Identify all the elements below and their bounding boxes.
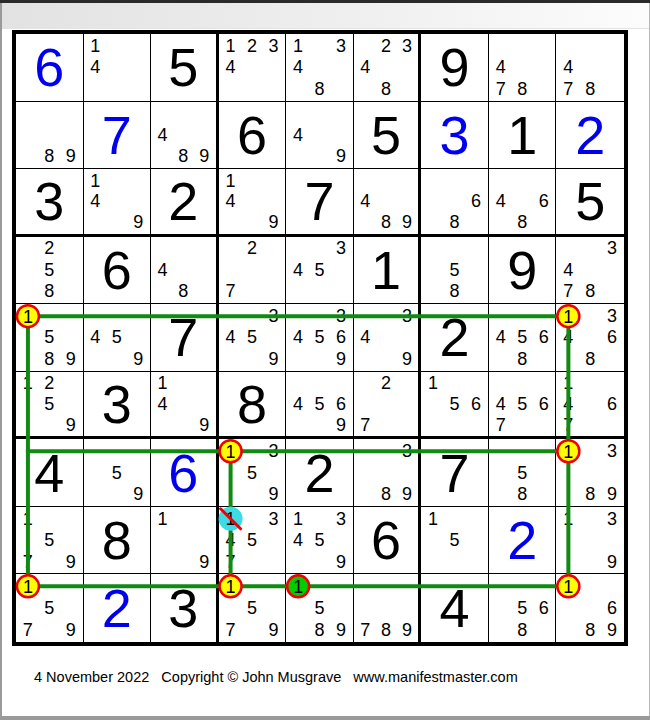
pencil-mark: 5: [241, 462, 263, 484]
pencil-mark: 8: [579, 348, 601, 370]
window-titlebar: [0, 3, 650, 29]
given-digit: 5: [151, 34, 216, 101]
given-digit: 2: [286, 439, 353, 506]
pencil-marks: 478: [490, 35, 555, 100]
solved-digit: 2: [489, 507, 556, 574]
cell-r9c7[interactable]: 4: [421, 574, 489, 642]
pencil-mark: 1: [287, 508, 309, 530]
given-digit: 4: [421, 574, 488, 642]
pencil-mark: 8: [376, 78, 397, 100]
cell-r5c6[interactable]: 349: [354, 304, 422, 372]
pencil-mark: 7: [490, 414, 512, 435]
cell-r8c2[interactable]: 8: [84, 507, 152, 575]
cell-r3c5[interactable]: 7: [286, 169, 354, 237]
solved-digit: 2: [84, 574, 151, 642]
pencil-mark: 7: [220, 551, 242, 573]
pencil-mark: 3: [330, 508, 352, 530]
pencil-mark: 7: [557, 414, 579, 435]
pencil-mark: 4: [287, 394, 309, 415]
pencil-mark: 5: [106, 462, 128, 484]
pencil-marks: 68: [422, 170, 487, 233]
solved-digit: 6: [151, 439, 216, 506]
pencil-marks: 568: [490, 575, 555, 641]
pencil-mark: 9: [263, 212, 285, 233]
pencil-mark: 5: [511, 394, 533, 415]
cell-r9c1[interactable]: 579: [16, 574, 84, 642]
pencil-mark: 9: [128, 212, 150, 233]
cell-r3c1[interactable]: 3: [16, 169, 84, 237]
pencil-mark: 1: [17, 373, 39, 394]
cell-r7c2[interactable]: 59: [84, 439, 152, 507]
pencil-mark: 9: [601, 551, 623, 573]
pencil-marks: 1234: [220, 35, 285, 100]
cell-r2c3[interactable]: 489: [151, 102, 219, 170]
pencil-mark: 8: [511, 483, 533, 505]
pencil-mark: 1: [422, 373, 444, 394]
pencil-mark: 9: [194, 146, 215, 168]
pencil-mark: 7: [490, 78, 512, 100]
pencil-mark: 4: [152, 259, 173, 281]
cell-r5c4[interactable]: 3459: [219, 304, 287, 372]
cell-r7c8[interactable]: 58: [489, 439, 557, 507]
cell-r8c5[interactable]: 13459: [286, 507, 354, 575]
cell-r3c4[interactable]: 149: [219, 169, 287, 237]
cell-r2c8[interactable]: 1: [489, 102, 557, 170]
pencil-marks: 1579: [17, 508, 82, 573]
pencil-marks: 149: [220, 170, 285, 233]
pencil-mark: 8: [39, 348, 61, 370]
pencil-mark: 5: [309, 597, 331, 619]
pencil-marks: 2348: [355, 35, 418, 100]
pencil-mark: 3: [263, 440, 285, 462]
cell-r1c5[interactable]: 1348: [286, 34, 354, 102]
sudoku-app-window: 6145123413482348947847889748964953123149…: [0, 0, 650, 720]
pencil-mark: 4: [152, 394, 173, 415]
pencil-marks: 58: [490, 440, 555, 505]
pencil-marks: 579: [220, 575, 285, 641]
pencil-mark: 5: [309, 529, 331, 551]
cell-r1c4[interactable]: 1234: [219, 34, 287, 102]
pencil-mark: 8: [511, 348, 533, 370]
pencil-mark: 4: [557, 327, 579, 349]
pencil-mark: 8: [579, 281, 601, 303]
cell-r1c7[interactable]: 9: [421, 34, 489, 102]
cell-r8c1[interactable]: 1579: [16, 507, 84, 575]
pencil-mark: 8: [511, 78, 533, 100]
pencil-mark: 5: [444, 394, 466, 415]
cell-r8c8[interactable]: 2: [489, 507, 557, 575]
pencil-mark: 8: [511, 212, 533, 233]
pencil-mark: 5: [241, 327, 263, 349]
cell-r6c9[interactable]: 1467: [556, 372, 624, 440]
pencil-mark: 3: [601, 440, 623, 462]
cell-r5c7[interactable]: 2: [421, 304, 489, 372]
pencil-mark: 9: [194, 414, 215, 435]
pencil-marks: 4569: [287, 373, 352, 436]
pencil-mark: 7: [17, 619, 39, 641]
pencil-mark: 2: [376, 35, 397, 57]
cell-r9c6[interactable]: 789: [354, 574, 422, 642]
cell-r6c3[interactable]: 149: [151, 372, 219, 440]
cell-r2c1[interactable]: 89: [16, 102, 84, 170]
pencil-marks: 3457: [220, 508, 285, 573]
cell-r5c9[interactable]: 3468: [556, 304, 624, 372]
given-digit: 4: [16, 439, 83, 506]
pencil-mark: 9: [330, 146, 352, 168]
pencil-marks: 489: [355, 170, 418, 233]
cell-r4c4[interactable]: 27: [219, 237, 287, 305]
given-digit: 3: [84, 372, 151, 437]
pencil-mark: 5: [39, 394, 61, 415]
given-digit: 9: [489, 237, 556, 304]
cell-r3c9[interactable]: 5: [556, 169, 624, 237]
pencil-mark: 8: [173, 281, 194, 303]
pencil-marks: 4567: [490, 373, 555, 436]
cell-r9c9[interactable]: 689: [556, 574, 624, 642]
cell-r6c2[interactable]: 3: [84, 372, 152, 440]
pencil-marks: 156: [422, 373, 487, 436]
cell-r7c9[interactable]: 389: [556, 439, 624, 507]
pencil-mark: 1: [152, 508, 173, 530]
pencil-mark: 7: [220, 281, 242, 303]
given-digit: 8: [219, 372, 286, 437]
footer-credit: 4 November 2022 Copyright © John Musgrav…: [0, 665, 650, 689]
solved-digit: 3: [421, 102, 488, 169]
cell-r6c4[interactable]: 8: [219, 372, 287, 440]
cell-r7c6[interactable]: 389: [354, 439, 422, 507]
pencil-marks: 389: [355, 440, 418, 505]
pencil-mark: 7: [557, 281, 579, 303]
pencil-mark: 8: [444, 281, 466, 303]
pencil-mark: 3: [601, 238, 623, 260]
pencil-mark: 5: [309, 327, 331, 349]
solved-digit: 2: [556, 102, 624, 169]
pencil-marks: 34569: [287, 305, 352, 370]
pencil-mark: 9: [60, 414, 82, 435]
pencil-mark: 6: [533, 191, 555, 212]
cell-r2c4[interactable]: 6: [219, 102, 287, 170]
pencil-mark: 2: [241, 238, 263, 260]
pencil-mark: 9: [128, 483, 150, 505]
pencil-mark: 1: [85, 170, 107, 191]
pencil-marks: 389: [557, 440, 623, 505]
pencil-marks: 149: [85, 170, 150, 233]
cell-r8c4[interactable]: 3457: [219, 507, 287, 575]
pencil-mark: 4: [287, 57, 309, 79]
pencil-mark: 5: [106, 327, 128, 349]
cell-r8c9[interactable]: 139: [556, 507, 624, 575]
pencil-mark: 6: [601, 327, 623, 349]
pencil-mark: 4: [220, 529, 242, 551]
pencil-marks: 579: [17, 575, 82, 641]
pencil-mark: 6: [465, 394, 487, 415]
pencil-mark: 9: [263, 348, 285, 370]
pencil-mark: 1: [557, 373, 579, 394]
pencil-mark: 1: [557, 508, 579, 530]
pencil-mark: 3: [396, 440, 417, 462]
window-bottom-border: [0, 716, 650, 720]
pencil-marks: 589: [17, 305, 82, 370]
given-digit: 7: [286, 169, 353, 234]
pencil-mark: 5: [444, 529, 466, 551]
pencil-mark: 5: [241, 529, 263, 551]
pencil-mark: 4: [355, 327, 376, 349]
pencil-mark: 5: [444, 259, 466, 281]
pencil-mark: 4: [220, 191, 242, 212]
pencil-mark: 9: [396, 619, 417, 641]
given-digit: 7: [151, 304, 216, 371]
pencil-mark: 8: [376, 483, 397, 505]
pencil-mark: 5: [511, 327, 533, 349]
pencil-mark: 1: [220, 35, 242, 57]
given-digit: 2: [421, 304, 488, 371]
cell-r6c7[interactable]: 156: [421, 372, 489, 440]
given-digit: 3: [151, 574, 216, 642]
pencil-mark: 5: [309, 259, 331, 281]
window-left-border: [0, 3, 2, 720]
pencil-mark: 5: [39, 529, 61, 551]
pencil-mark: 5: [241, 597, 263, 619]
pencil-mark: 8: [444, 212, 466, 233]
cell-r5c2[interactable]: 459: [84, 304, 152, 372]
cell-r9c2[interactable]: 2: [84, 574, 152, 642]
cell-r4c8[interactable]: 9: [489, 237, 557, 305]
pencil-marks: 689: [557, 575, 623, 641]
sudoku-board: 6145123413482348947847889748964953123149…: [12, 30, 628, 646]
cell-r1c6[interactable]: 2348: [354, 34, 422, 102]
cell-r8c6[interactable]: 6: [354, 507, 422, 575]
cell-r8c3[interactable]: 19: [151, 507, 219, 575]
cell-r1c2[interactable]: 14: [84, 34, 152, 102]
given-digit: 6: [219, 102, 286, 169]
pencil-mark: 4: [557, 57, 579, 79]
pencil-marks: 149: [152, 373, 215, 436]
cell-r2c9[interactable]: 2: [556, 102, 624, 170]
pencil-mark: 6: [533, 394, 555, 415]
pencil-mark: 9: [60, 348, 82, 370]
cell-r5c8[interactable]: 4568: [489, 304, 557, 372]
cell-r3c6[interactable]: 489: [354, 169, 422, 237]
pencil-mark: 4: [355, 57, 376, 79]
pencil-marks: 14: [85, 35, 150, 100]
pencil-mark: 4: [85, 327, 107, 349]
cell-r3c2[interactable]: 149: [84, 169, 152, 237]
cell-r9c5[interactable]: 589: [286, 574, 354, 642]
pencil-mark: 5: [39, 597, 61, 619]
pencil-mark: 7: [355, 414, 376, 435]
cell-r3c7[interactable]: 68: [421, 169, 489, 237]
pencil-mark: 9: [396, 348, 417, 370]
pencil-mark: 8: [511, 619, 533, 641]
pencil-marks: 468: [490, 170, 555, 233]
cell-r7c4[interactable]: 359: [219, 439, 287, 507]
pencil-mark: 4: [287, 124, 309, 146]
pencil-mark: 9: [330, 414, 352, 435]
pencil-marks: 349: [355, 305, 418, 370]
pencil-mark: 4: [557, 259, 579, 281]
cell-r4c7[interactable]: 58: [421, 237, 489, 305]
pencil-mark: 9: [396, 212, 417, 233]
pencil-marks: 3468: [557, 305, 623, 370]
cell-r7c1[interactable]: 4: [16, 439, 84, 507]
cell-r1c1[interactable]: 6: [16, 34, 84, 102]
pencil-mark: 9: [330, 619, 352, 641]
pencil-mark: 4: [490, 327, 512, 349]
cell-r4c3[interactable]: 48: [151, 237, 219, 305]
given-digit: 9: [421, 34, 488, 101]
pencil-mark: 1: [17, 508, 39, 530]
cell-r4c6[interactable]: 1: [354, 237, 422, 305]
pencil-marks: 489: [152, 103, 215, 168]
pencil-marks: 27: [220, 238, 285, 303]
cell-r5c5[interactable]: 34569: [286, 304, 354, 372]
pencil-mark: 8: [173, 146, 194, 168]
cell-r2c2[interactable]: 7: [84, 102, 152, 170]
pencil-mark: 1: [152, 373, 173, 394]
pencil-mark: 3: [396, 305, 417, 327]
given-digit: 5: [354, 102, 419, 169]
cell-r1c8[interactable]: 478: [489, 34, 557, 102]
given-digit: 2: [151, 169, 216, 234]
pencil-marks: 15: [422, 508, 487, 573]
given-digit: 1: [354, 237, 419, 304]
pencil-mark: 4: [490, 394, 512, 415]
pencil-mark: 5: [39, 327, 61, 349]
pencil-marks: 13459: [287, 508, 352, 573]
cell-r4c9[interactable]: 3478: [556, 237, 624, 305]
pencil-marks: 58: [422, 238, 487, 303]
pencil-mark: 9: [128, 348, 150, 370]
pencil-mark: 3: [330, 35, 352, 57]
pencil-mark: 1: [287, 35, 309, 57]
cell-r9c4[interactable]: 579: [219, 574, 287, 642]
given-digit: 5: [556, 169, 624, 234]
cell-r9c8[interactable]: 568: [489, 574, 557, 642]
pencil-mark: 6: [465, 191, 487, 212]
pencil-mark: 4: [490, 191, 512, 212]
pencil-mark: 6: [601, 597, 623, 619]
given-digit: 3: [16, 169, 83, 234]
cell-r8c7[interactable]: 15: [421, 507, 489, 575]
pencil-marks: 27: [355, 373, 418, 436]
pencil-mark: 2: [376, 373, 397, 394]
pencil-mark: 9: [396, 483, 417, 505]
pencil-mark: 1: [422, 508, 444, 530]
cell-r2c5[interactable]: 49: [286, 102, 354, 170]
pencil-mark: 5: [511, 462, 533, 484]
given-digit: 7: [421, 439, 488, 506]
cell-r9c3[interactable]: 3: [151, 574, 219, 642]
pencil-mark: 4: [220, 327, 242, 349]
pencil-mark: 4: [490, 57, 512, 79]
pencil-marks: 359: [220, 440, 285, 505]
pencil-mark: 3: [601, 508, 623, 530]
pencil-mark: 3: [330, 238, 352, 260]
pencil-mark: 6: [533, 597, 555, 619]
cell-r6c1[interactable]: 1259: [16, 372, 84, 440]
pencil-mark: 8: [376, 619, 397, 641]
cell-r1c3[interactable]: 5: [151, 34, 219, 102]
pencil-marks: 1259: [17, 373, 82, 436]
cell-r5c1[interactable]: 589: [16, 304, 84, 372]
pencil-marks: 59: [85, 440, 150, 505]
cell-r5c3[interactable]: 7: [151, 304, 219, 372]
pencil-mark: 9: [60, 551, 82, 573]
pencil-marks: 345: [287, 238, 352, 303]
pencil-mark: 9: [194, 551, 215, 573]
cell-r2c6[interactable]: 5: [354, 102, 422, 170]
pencil-mark: 5: [309, 394, 331, 415]
cell-r6c5[interactable]: 4569: [286, 372, 354, 440]
cell-r3c3[interactable]: 2: [151, 169, 219, 237]
given-digit: 8: [84, 507, 151, 574]
pencil-mark: 8: [579, 619, 601, 641]
pencil-marks: 19: [152, 508, 215, 573]
pencil-mark: 6: [330, 394, 352, 415]
pencil-marks: 258: [17, 238, 82, 303]
pencil-mark: 2: [39, 238, 61, 260]
cell-r4c2[interactable]: 6: [84, 237, 152, 305]
pencil-marks: 49: [287, 103, 352, 168]
pencil-mark: 7: [355, 619, 376, 641]
pencil-marks: 89: [17, 103, 82, 168]
pencil-mark: 8: [309, 619, 331, 641]
given-digit: 1: [489, 102, 556, 169]
pencil-mark: 4: [287, 259, 309, 281]
pencil-mark: 8: [39, 281, 61, 303]
cell-r1c9[interactable]: 478: [556, 34, 624, 102]
pencil-mark: 7: [17, 551, 39, 573]
cell-r4c1[interactable]: 258: [16, 237, 84, 305]
pencil-mark: 3: [263, 508, 285, 530]
given-digit: 6: [84, 237, 151, 304]
cell-r4c5[interactable]: 345: [286, 237, 354, 305]
pencil-mark: 8: [579, 483, 601, 505]
cell-r7c3[interactable]: 6: [151, 439, 219, 507]
pencil-marks: 589: [287, 575, 352, 641]
pencil-mark: 2: [39, 373, 61, 394]
pencil-marks: 3478: [557, 238, 623, 303]
pencil-marks: 459: [85, 305, 150, 370]
pencil-mark: 3: [601, 305, 623, 327]
pencil-marks: 139: [557, 508, 623, 573]
pencil-mark: 4: [287, 327, 309, 349]
pencil-marks: 48: [152, 238, 215, 303]
pencil-mark: 7: [557, 78, 579, 100]
cell-r6c6[interactable]: 27: [354, 372, 422, 440]
cell-r3c8[interactable]: 468: [489, 169, 557, 237]
pencil-mark: 4: [557, 394, 579, 415]
pencil-mark: 4: [85, 191, 107, 212]
pencil-mark: 9: [60, 146, 82, 168]
pencil-mark: 8: [579, 78, 601, 100]
pencil-mark: 9: [60, 619, 82, 641]
pencil-mark: 3: [330, 305, 352, 327]
pencil-marks: 4568: [490, 305, 555, 370]
pencil-mark: 1: [85, 35, 107, 57]
pencil-mark: 9: [263, 619, 285, 641]
pencil-mark: 8: [309, 78, 331, 100]
pencil-marks: 478: [557, 35, 623, 100]
pencil-marks: 3459: [220, 305, 285, 370]
pencil-mark: 2: [241, 35, 263, 57]
cell-r6c8[interactable]: 4567: [489, 372, 557, 440]
cell-r2c7[interactable]: 3: [421, 102, 489, 170]
pencil-mark: 9: [601, 619, 623, 641]
pencil-mark: 3: [263, 35, 285, 57]
cell-r7c5[interactable]: 2: [286, 439, 354, 507]
cell-r7c7[interactable]: 7: [421, 439, 489, 507]
